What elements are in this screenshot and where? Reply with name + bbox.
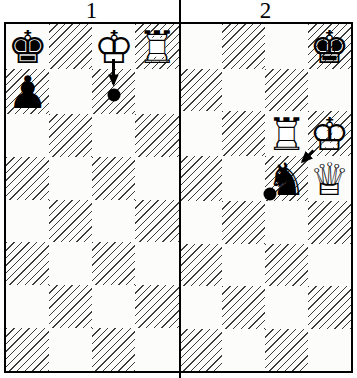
square-a6[interactable]	[6, 114, 49, 157]
square-e2[interactable]	[179, 286, 222, 328]
square-d3[interactable]	[135, 242, 178, 285]
black-knight-glyph: ♞	[266, 153, 306, 206]
square-g2[interactable]	[265, 286, 308, 328]
square-f1[interactable]	[222, 329, 265, 371]
square-c8[interactable]: ♚♔	[92, 24, 135, 69]
white-queen[interactable]: ♛♕	[309, 157, 349, 202]
square-d6[interactable]	[135, 114, 178, 157]
square-a5[interactable]	[6, 157, 49, 200]
square-h6[interactable]: ♚♔	[308, 111, 351, 156]
square-c5[interactable]	[92, 157, 135, 200]
square-f6[interactable]	[222, 111, 265, 156]
square-d8[interactable]: ♜♖	[135, 24, 178, 69]
half-board-1: ♚♚♔♜♖♟	[6, 24, 179, 371]
square-c6[interactable]	[92, 114, 135, 157]
square-h1[interactable]	[308, 329, 351, 371]
square-a1[interactable]	[6, 328, 49, 371]
square-e7[interactable]	[179, 69, 222, 111]
square-f3[interactable]	[222, 244, 265, 286]
square-c7[interactable]	[92, 69, 135, 114]
square-h2[interactable]	[308, 286, 351, 328]
black-king[interactable]: ♚	[7, 25, 47, 70]
black-king-glyph: ♚	[309, 21, 349, 74]
square-c1[interactable]	[92, 328, 135, 371]
square-a3[interactable]	[6, 242, 49, 285]
square-g8[interactable]	[265, 24, 308, 69]
square-h8[interactable]: ♚	[308, 24, 351, 69]
square-d1[interactable]	[135, 328, 178, 371]
white-rook-glyph: ♖	[137, 21, 177, 74]
white-king-glyph: ♔	[94, 21, 134, 74]
square-e4[interactable]	[179, 201, 222, 243]
square-b8[interactable]	[49, 24, 92, 69]
white-rook[interactable]: ♜♖	[266, 112, 306, 157]
square-d5[interactable]	[135, 157, 178, 200]
square-b1[interactable]	[49, 328, 92, 371]
square-b6[interactable]	[49, 114, 92, 157]
square-c2[interactable]	[92, 285, 135, 328]
white-king[interactable]: ♚♔	[309, 112, 349, 157]
diagram-2-number: 2	[180, 0, 351, 22]
square-f2[interactable]	[222, 286, 265, 328]
square-b3[interactable]	[49, 242, 92, 285]
square-g3[interactable]	[265, 244, 308, 286]
square-e5[interactable]	[179, 156, 222, 201]
square-f5[interactable]	[222, 156, 265, 201]
square-h5[interactable]: ♛♕	[308, 156, 351, 201]
black-king[interactable]: ♚	[309, 25, 349, 70]
square-d7[interactable]	[135, 69, 178, 114]
square-e3[interactable]	[179, 244, 222, 286]
square-b5[interactable]	[49, 157, 92, 200]
square-e8[interactable]	[179, 24, 222, 69]
square-a8[interactable]: ♚	[6, 24, 49, 69]
diagram-1-number: 1	[4, 0, 179, 22]
square-a7[interactable]: ♟	[6, 69, 49, 114]
square-e1[interactable]	[179, 329, 222, 371]
square-f7[interactable]	[222, 69, 265, 111]
square-g6[interactable]: ♜♖	[265, 111, 308, 156]
square-g1[interactable]	[265, 329, 308, 371]
half-board-2: ♚♜♖♚♔♞♛♕	[179, 24, 352, 371]
square-d4[interactable]	[135, 200, 178, 243]
black-knight[interactable]: ♞	[266, 157, 306, 202]
black-pawn[interactable]: ♟	[7, 70, 47, 115]
square-f4[interactable]	[222, 201, 265, 243]
square-h3[interactable]	[308, 244, 351, 286]
square-a2[interactable]	[6, 285, 49, 328]
square-g7[interactable]	[265, 69, 308, 111]
square-a4[interactable]	[6, 200, 49, 243]
white-king[interactable]: ♚♔	[94, 25, 134, 70]
square-e6[interactable]	[179, 111, 222, 156]
white-rook[interactable]: ♜♖	[137, 25, 177, 70]
square-g5[interactable]: ♞	[265, 156, 308, 201]
square-b7[interactable]	[49, 69, 92, 114]
square-c3[interactable]	[92, 242, 135, 285]
square-d2[interactable]	[135, 285, 178, 328]
square-h7[interactable]	[308, 69, 351, 111]
square-h4[interactable]	[308, 201, 351, 243]
square-f8[interactable]	[222, 24, 265, 69]
square-c4[interactable]	[92, 200, 135, 243]
chess-book-page: 1 2 ♚♚♔♜♖♟ ♚♜♖♚♔♞♛♕	[0, 0, 357, 378]
board-divider-line	[179, 0, 181, 378]
square-g4[interactable]	[265, 201, 308, 243]
white-queen-glyph: ♕	[309, 153, 349, 206]
square-b2[interactable]	[49, 285, 92, 328]
square-b4[interactable]	[49, 200, 92, 243]
black-pawn-glyph: ♟	[7, 66, 47, 119]
